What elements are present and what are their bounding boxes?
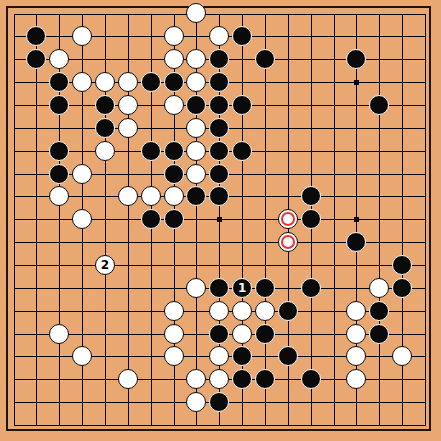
stone-black[interactable] [301,278,321,298]
intersection[interactable] [231,48,254,71]
intersection[interactable] [391,391,414,414]
intersection[interactable] [254,116,277,139]
intersection[interactable] [25,185,48,208]
intersection[interactable] [139,94,162,117]
intersection[interactable] [414,368,437,391]
intersection[interactable] [276,71,299,94]
intersection[interactable] [322,322,345,345]
stone-black[interactable] [369,95,389,115]
intersection[interactable] [414,208,437,231]
intersection[interactable] [25,208,48,231]
stone-white[interactable] [186,3,206,23]
intersection[interactable] [208,391,231,414]
intersection[interactable] [162,94,185,117]
intersection[interactable] [2,162,25,185]
intersection[interactable] [139,368,162,391]
intersection[interactable] [299,276,322,299]
intersection[interactable] [2,322,25,345]
intersection[interactable] [139,2,162,25]
intersection[interactable] [94,25,117,48]
intersection[interactable] [231,414,254,437]
intersection[interactable] [322,368,345,391]
intersection[interactable] [345,48,368,71]
intersection[interactable] [414,71,437,94]
intersection[interactable] [345,162,368,185]
intersection[interactable] [2,391,25,414]
intersection[interactable] [414,25,437,48]
stone-black[interactable] [209,141,229,161]
intersection[interactable] [185,391,208,414]
stone-black[interactable] [255,369,275,389]
stone-black[interactable] [95,95,115,115]
intersection[interactable] [345,276,368,299]
stone-black[interactable] [209,72,229,92]
intersection[interactable] [254,231,277,254]
intersection[interactable] [162,231,185,254]
intersection[interactable] [276,48,299,71]
intersection[interactable] [322,162,345,185]
intersection[interactable] [48,299,71,322]
intersection[interactable] [2,208,25,231]
intersection[interactable] [299,391,322,414]
stone-black[interactable] [186,95,206,115]
intersection[interactable] [231,368,254,391]
intersection[interactable] [276,322,299,345]
intersection[interactable] [185,48,208,71]
intersection[interactable] [368,48,391,71]
intersection[interactable] [185,208,208,231]
intersection[interactable] [368,71,391,94]
intersection[interactable] [276,391,299,414]
intersection[interactable] [71,2,94,25]
intersection[interactable] [116,162,139,185]
intersection[interactable] [71,322,94,345]
stone-black[interactable] [232,141,252,161]
intersection[interactable] [276,162,299,185]
intersection[interactable] [25,116,48,139]
intersection[interactable] [414,276,437,299]
stone-white-circle-marked[interactable] [278,209,298,229]
intersection[interactable] [391,2,414,25]
intersection[interactable] [162,25,185,48]
intersection[interactable] [25,414,48,437]
intersection[interactable] [391,276,414,299]
intersection[interactable] [71,48,94,71]
intersection[interactable] [25,48,48,71]
intersection[interactable] [25,139,48,162]
stone-white[interactable] [164,26,184,46]
stone-white[interactable] [164,186,184,206]
intersection[interactable] [299,254,322,277]
intersection[interactable] [25,299,48,322]
stone-black[interactable] [346,49,366,69]
intersection[interactable] [25,391,48,414]
intersection[interactable] [299,25,322,48]
intersection[interactable] [185,231,208,254]
intersection[interactable] [25,276,48,299]
intersection[interactable] [345,25,368,48]
stone-black[interactable] [49,95,69,115]
intersection[interactable] [208,94,231,117]
intersection[interactable] [276,116,299,139]
intersection[interactable] [208,254,231,277]
intersection[interactable] [71,254,94,277]
intersection[interactable] [254,391,277,414]
intersection[interactable] [368,185,391,208]
intersection[interactable] [254,185,277,208]
intersection[interactable] [231,345,254,368]
intersection[interactable] [116,322,139,345]
intersection[interactable] [368,345,391,368]
stone-black[interactable] [301,369,321,389]
intersection[interactable] [208,276,231,299]
intersection[interactable] [208,116,231,139]
intersection[interactable] [254,208,277,231]
intersection[interactable] [391,71,414,94]
intersection[interactable] [94,139,117,162]
intersection[interactable] [208,2,231,25]
intersection[interactable] [25,25,48,48]
intersection[interactable] [162,71,185,94]
intersection[interactable] [48,254,71,277]
intersection[interactable] [2,299,25,322]
intersection[interactable] [231,2,254,25]
intersection[interactable] [139,116,162,139]
intersection[interactable] [299,185,322,208]
stone-white[interactable] [72,346,92,366]
intersection[interactable] [345,231,368,254]
intersection[interactable] [71,25,94,48]
intersection[interactable] [299,368,322,391]
intersection[interactable] [368,94,391,117]
intersection[interactable] [276,208,299,231]
intersection[interactable] [162,139,185,162]
intersection[interactable] [231,299,254,322]
intersection[interactable] [208,71,231,94]
intersection[interactable] [276,414,299,437]
intersection[interactable] [414,322,437,345]
intersection[interactable] [48,162,71,185]
intersection[interactable] [231,391,254,414]
intersection[interactable] [48,368,71,391]
stone-white[interactable] [346,324,366,344]
intersection[interactable] [71,276,94,299]
stone-black[interactable] [141,141,161,161]
intersection[interactable] [299,2,322,25]
intersection[interactable] [299,116,322,139]
stone-black[interactable] [278,346,298,366]
stone-black[interactable] [26,26,46,46]
intersection[interactable] [2,94,25,117]
intersection[interactable] [139,391,162,414]
intersection[interactable] [94,2,117,25]
intersection[interactable] [139,48,162,71]
intersection[interactable] [2,116,25,139]
intersection[interactable] [414,185,437,208]
intersection[interactable] [299,139,322,162]
stone-white[interactable] [164,49,184,69]
intersection[interactable] [116,25,139,48]
intersection[interactable] [2,2,25,25]
stone-black[interactable] [209,164,229,184]
intersection[interactable] [116,2,139,25]
stone-white[interactable] [392,346,412,366]
stone-black[interactable] [95,118,115,138]
intersection[interactable] [208,345,231,368]
intersection[interactable] [276,139,299,162]
intersection[interactable] [162,276,185,299]
intersection[interactable] [208,322,231,345]
intersection[interactable] [94,299,117,322]
stone-black[interactable] [346,232,366,252]
intersection[interactable] [162,208,185,231]
intersection[interactable] [345,299,368,322]
intersection[interactable] [94,185,117,208]
intersection[interactable] [208,414,231,437]
intersection[interactable] [345,391,368,414]
intersection[interactable] [254,2,277,25]
stone-white[interactable] [186,369,206,389]
intersection[interactable] [231,208,254,231]
stone-white[interactable] [164,324,184,344]
intersection[interactable] [345,414,368,437]
intersection[interactable] [94,414,117,437]
intersection[interactable] [162,2,185,25]
intersection[interactable] [139,25,162,48]
stone-white[interactable] [346,369,366,389]
intersection[interactable] [276,345,299,368]
intersection[interactable] [299,322,322,345]
intersection[interactable] [368,391,391,414]
intersection[interactable] [391,185,414,208]
intersection[interactable] [299,208,322,231]
intersection[interactable] [254,322,277,345]
intersection[interactable] [48,116,71,139]
intersection[interactable] [322,299,345,322]
stone-white[interactable] [186,278,206,298]
stone-black[interactable] [278,301,298,321]
intersection[interactable] [299,71,322,94]
intersection[interactable] [345,94,368,117]
intersection[interactable] [25,254,48,277]
intersection[interactable] [368,276,391,299]
intersection[interactable] [139,208,162,231]
stone-white[interactable] [118,186,138,206]
intersection[interactable] [299,94,322,117]
intersection[interactable] [345,368,368,391]
stone-black[interactable] [209,118,229,138]
stone-white[interactable] [49,49,69,69]
intersection[interactable] [254,299,277,322]
intersection[interactable] [2,254,25,277]
intersection[interactable] [116,254,139,277]
stone-white[interactable] [164,95,184,115]
intersection[interactable] [254,368,277,391]
intersection[interactable] [414,139,437,162]
intersection[interactable] [368,368,391,391]
intersection[interactable] [139,345,162,368]
stone-black[interactable] [49,164,69,184]
intersection[interactable] [94,208,117,231]
stone-black[interactable] [232,95,252,115]
intersection[interactable] [345,139,368,162]
stone-white[interactable] [209,26,229,46]
intersection[interactable] [71,368,94,391]
intersection[interactable] [322,414,345,437]
intersection[interactable] [276,368,299,391]
intersection[interactable] [185,139,208,162]
intersection[interactable] [94,94,117,117]
intersection[interactable] [94,368,117,391]
stone-black[interactable] [141,209,161,229]
intersection[interactable] [185,345,208,368]
intersection[interactable] [185,116,208,139]
intersection[interactable] [185,25,208,48]
intersection[interactable] [299,345,322,368]
intersection[interactable] [322,71,345,94]
stone-white[interactable] [72,209,92,229]
stone-black[interactable] [164,141,184,161]
intersection[interactable] [48,208,71,231]
intersection[interactable]: 1 [231,276,254,299]
intersection[interactable] [299,231,322,254]
intersection[interactable] [414,162,437,185]
intersection[interactable] [48,2,71,25]
stone-black[interactable] [392,255,412,275]
stone-black[interactable] [209,392,229,412]
stone-white[interactable] [72,72,92,92]
intersection[interactable] [162,185,185,208]
stone-black[interactable] [301,186,321,206]
intersection[interactable] [391,25,414,48]
intersection[interactable] [71,208,94,231]
intersection[interactable] [116,94,139,117]
intersection[interactable] [322,185,345,208]
intersection[interactable] [254,94,277,117]
intersection[interactable] [162,391,185,414]
intersection[interactable] [139,276,162,299]
intersection[interactable] [368,231,391,254]
stone-white[interactable] [346,301,366,321]
intersection[interactable] [208,368,231,391]
intersection[interactable] [139,231,162,254]
intersection[interactable] [276,231,299,254]
stone-white-move-label[interactable]: 2 [95,255,115,275]
intersection[interactable] [254,139,277,162]
intersection[interactable] [185,276,208,299]
stone-white[interactable] [186,118,206,138]
intersection[interactable] [185,94,208,117]
stone-white[interactable] [369,278,389,298]
intersection[interactable] [208,25,231,48]
stone-black[interactable] [186,186,206,206]
intersection[interactable] [391,162,414,185]
stone-white[interactable] [209,369,229,389]
stone-black[interactable] [141,72,161,92]
intersection[interactable] [368,25,391,48]
intersection[interactable] [94,71,117,94]
intersection[interactable] [48,71,71,94]
intersection[interactable] [25,162,48,185]
stone-white[interactable] [49,186,69,206]
intersection[interactable] [185,71,208,94]
intersection[interactable] [276,185,299,208]
stone-black[interactable] [301,209,321,229]
intersection[interactable] [414,48,437,71]
intersection[interactable] [71,71,94,94]
intersection[interactable] [254,414,277,437]
intersection[interactable] [94,276,117,299]
stone-black[interactable] [209,95,229,115]
intersection[interactable] [162,368,185,391]
intersection[interactable] [231,254,254,277]
intersection[interactable] [231,322,254,345]
intersection[interactable] [116,391,139,414]
intersection[interactable] [208,139,231,162]
intersection[interactable] [116,231,139,254]
intersection[interactable] [94,231,117,254]
intersection[interactable] [345,71,368,94]
intersection[interactable] [48,231,71,254]
intersection[interactable] [2,368,25,391]
intersection[interactable] [391,414,414,437]
intersection[interactable] [71,345,94,368]
intersection[interactable] [299,162,322,185]
intersection[interactable] [254,48,277,71]
intersection[interactable] [48,48,71,71]
stone-black[interactable] [26,49,46,69]
stone-black[interactable] [49,141,69,161]
intersection[interactable] [414,231,437,254]
intersection[interactable] [116,116,139,139]
stone-black[interactable] [369,324,389,344]
intersection[interactable] [94,116,117,139]
intersection[interactable] [208,299,231,322]
intersection[interactable] [322,48,345,71]
intersection[interactable] [48,185,71,208]
stone-white[interactable] [118,95,138,115]
intersection[interactable] [162,48,185,71]
stone-white[interactable] [346,346,366,366]
intersection[interactable] [48,139,71,162]
intersection[interactable] [162,299,185,322]
intersection[interactable] [231,25,254,48]
intersection[interactable] [71,185,94,208]
intersection[interactable] [185,254,208,277]
intersection[interactable] [322,116,345,139]
stone-white[interactable] [141,186,161,206]
stone-black[interactable] [369,301,389,321]
intersection[interactable] [345,2,368,25]
intersection[interactable] [71,231,94,254]
intersection[interactable] [185,368,208,391]
intersection[interactable] [391,116,414,139]
intersection[interactable] [276,25,299,48]
intersection[interactable] [116,185,139,208]
intersection[interactable] [2,345,25,368]
intersection[interactable] [368,414,391,437]
intersection[interactable] [162,322,185,345]
intersection[interactable] [391,139,414,162]
intersection[interactable] [345,322,368,345]
intersection[interactable] [414,116,437,139]
intersection[interactable] [139,299,162,322]
intersection[interactable] [231,116,254,139]
intersection[interactable] [48,414,71,437]
stone-white[interactable] [186,141,206,161]
intersection[interactable] [322,94,345,117]
intersection[interactable] [391,368,414,391]
